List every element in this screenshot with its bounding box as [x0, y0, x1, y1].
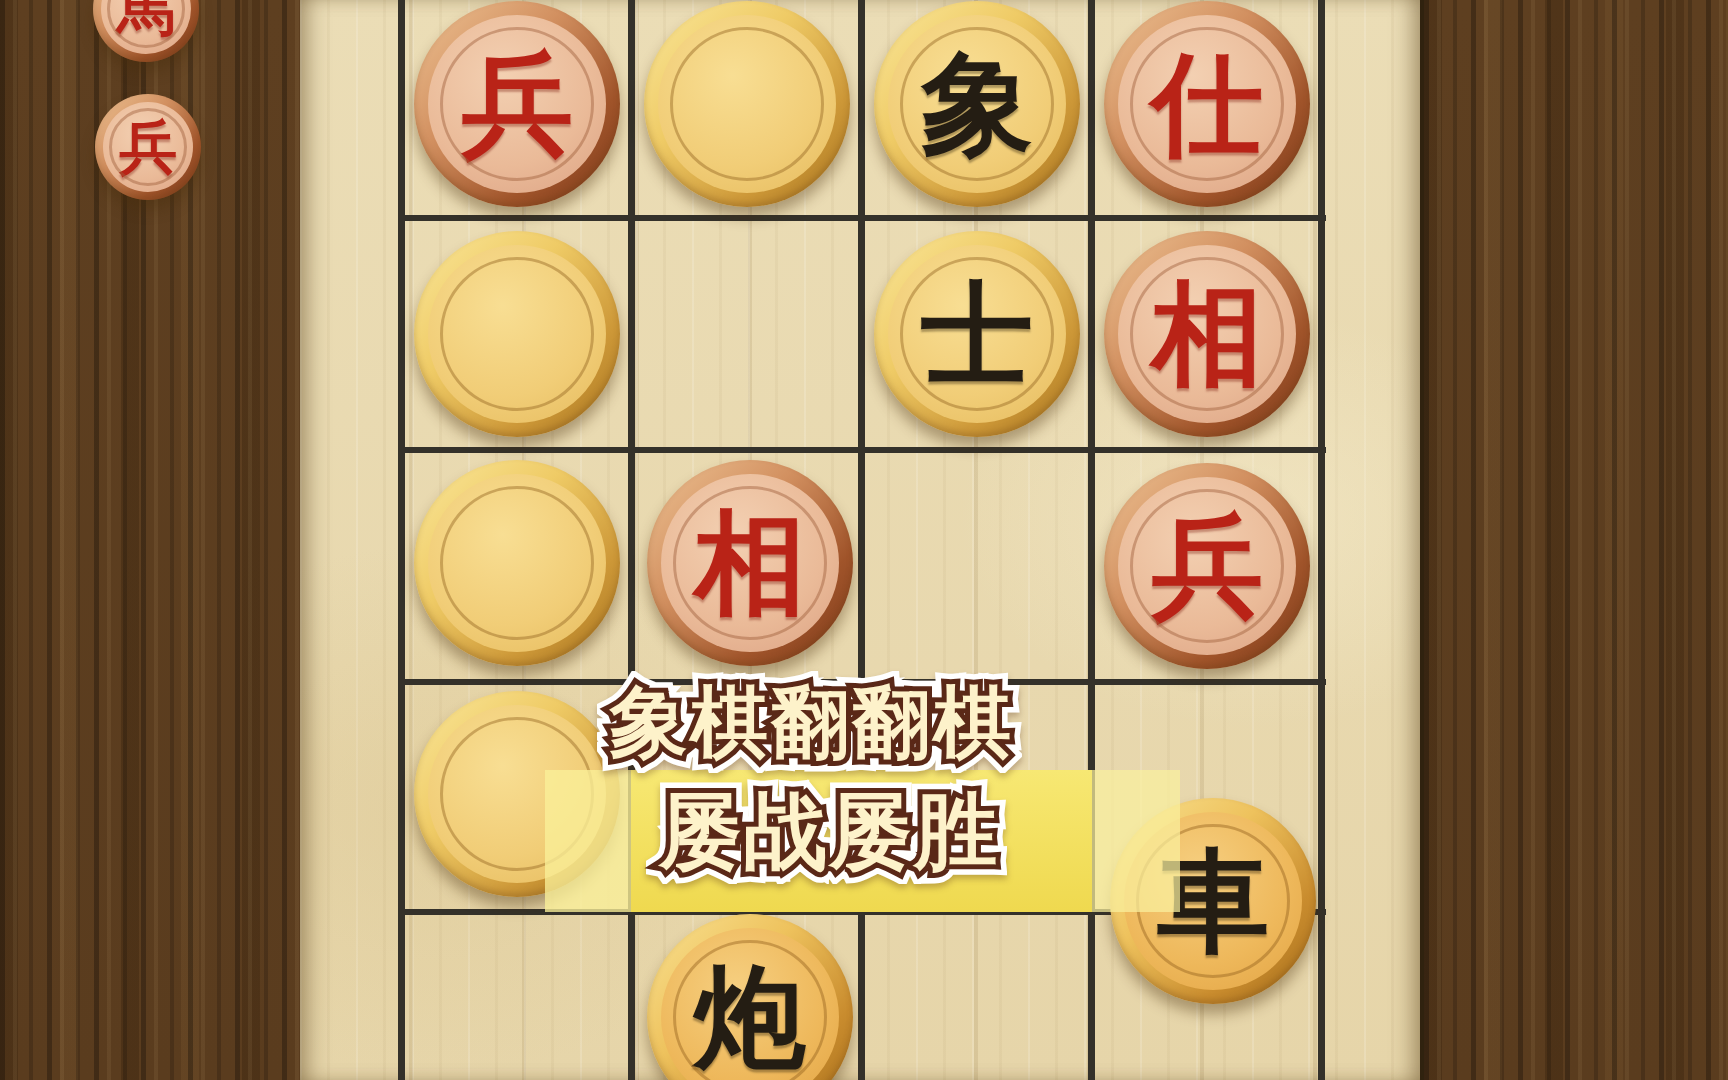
piece-r2c1-hidden[interactable]	[414, 231, 620, 437]
piece-r3c1-hidden[interactable]	[414, 460, 620, 666]
piece-character: 兵	[1151, 510, 1263, 622]
grid-vline	[628, 0, 635, 1080]
piece-r3c2-red-elephant[interactable]: 相	[647, 460, 853, 666]
grid-vline	[398, 0, 405, 1080]
piece-character: 炮	[694, 961, 806, 1073]
piece-character: 象	[921, 48, 1033, 160]
piece-character: 相	[694, 507, 806, 619]
piece-r2c4-red-elephant[interactable]: 相	[1104, 231, 1310, 437]
piece-character: 兵	[461, 48, 573, 160]
piece-character: 相	[1151, 278, 1263, 390]
grid-hline	[399, 447, 1326, 453]
grid-vline	[1088, 0, 1095, 1080]
piece-tray-red-soldier[interactable]: 兵	[95, 94, 201, 200]
game-screen: 兵象仕士相相兵車炮馬兵 象棋翻翻棋 象棋翻翻棋 象棋翻翻棋 屡战屡胜 屡战屡胜 …	[0, 0, 1728, 1080]
caption-line-1-text: 象棋翻翻棋	[610, 671, 1015, 776]
piece-r1c4-red-advisor[interactable]: 仕	[1104, 1, 1310, 207]
piece-character: 士	[921, 278, 1033, 390]
banner-left-fold	[545, 770, 631, 912]
grid-vline	[858, 0, 865, 1080]
piece-r1c2-hidden[interactable]	[644, 1, 850, 207]
caption-line-2-text: 屡战屡胜	[659, 777, 999, 889]
piece-character: 仕	[1151, 48, 1263, 160]
piece-character: 馬	[117, 0, 175, 38]
piece-r3c4-red-soldier[interactable]: 兵	[1104, 463, 1310, 669]
piece-r1c1-red-soldier[interactable]: 兵	[414, 1, 620, 207]
grid-hline	[399, 215, 1326, 221]
right-wood-panel	[1420, 0, 1728, 1080]
grid-vline	[1318, 0, 1325, 1080]
piece-r2c3-black-advisor[interactable]: 士	[874, 231, 1080, 437]
piece-r1c3-black-elephant[interactable]: 象	[874, 1, 1080, 207]
banner-right-fold	[1092, 770, 1180, 912]
piece-character: 兵	[119, 118, 177, 176]
